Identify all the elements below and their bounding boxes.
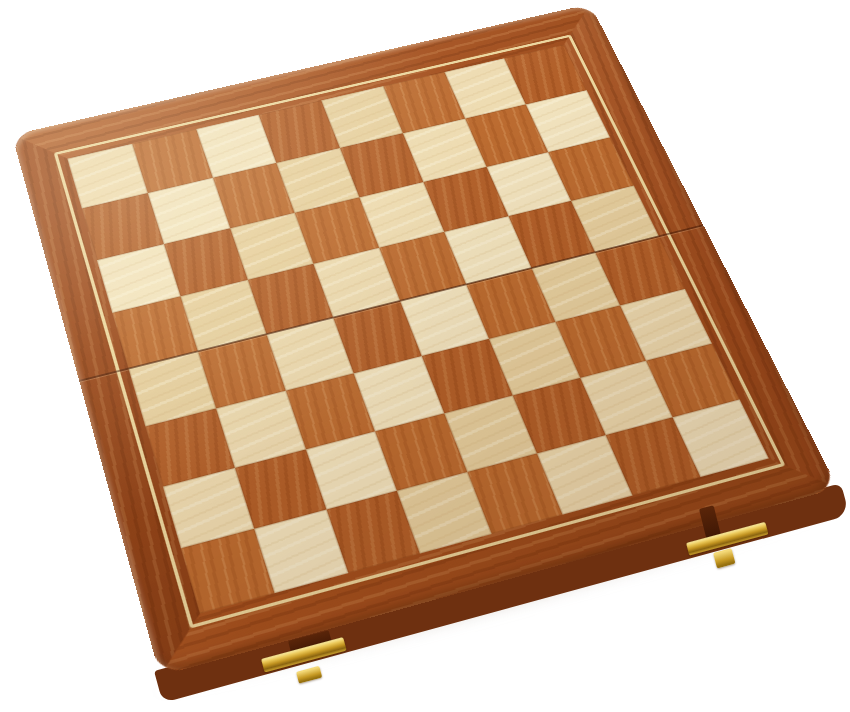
chessboard [12, 4, 838, 676]
product-photo-background [0, 0, 850, 712]
clasp-right-knob [713, 548, 735, 568]
